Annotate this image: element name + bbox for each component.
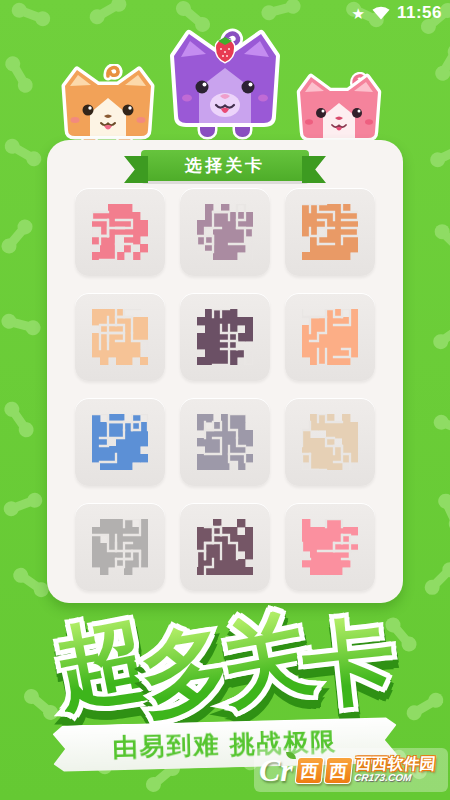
cr-logo: Cr: [259, 754, 293, 786]
bone-icon: [429, 566, 450, 591]
status-bar: ★ 11:56: [352, 3, 443, 23]
bone-icon: [439, 49, 450, 76]
maze-thumbnail-icon: [197, 414, 253, 470]
level-tile[interactable]: [75, 293, 165, 381]
bone-icon: [17, 6, 45, 23]
bone-icon: [180, 5, 206, 29]
maze-thumbnail-icon: [92, 309, 148, 365]
headline-char: 卡卡卡: [298, 612, 399, 713]
panel-title: 选择关卡: [185, 154, 265, 177]
watermark-site-name: 西西软件园: [354, 756, 436, 773]
maze-thumbnail-icon: [302, 414, 358, 470]
bone-icon: [18, 571, 44, 593]
level-select-panel: 选择关卡: [47, 140, 403, 603]
level-grid: [75, 188, 375, 591]
panel-title-banner: 选择关卡: [141, 150, 309, 181]
level-tile[interactable]: [180, 293, 270, 381]
bone-icon: [439, 228, 450, 253]
bone-icon: [441, 499, 450, 526]
bone-icon: [5, 224, 29, 250]
bone-icon: [439, 418, 450, 435]
level-tile[interactable]: [180, 188, 270, 276]
maze-thumbnail-icon: [197, 519, 253, 575]
maze-thumbnail-icon: [92, 204, 148, 260]
bone-icon: [9, 496, 37, 513]
wifi-icon: [372, 6, 390, 20]
purple-cat: [164, 28, 286, 142]
bone-icon: [94, 0, 121, 21]
site-watermark: Cr 西 西 西西软件园 CR173.COM: [254, 748, 448, 792]
maze-thumbnail-icon: [302, 309, 358, 365]
level-tile[interactable]: [180, 398, 270, 486]
clock-time: 11:56: [397, 3, 442, 23]
level-tile[interactable]: [180, 503, 270, 591]
bone-icon: [9, 61, 30, 88]
orange-cat: [58, 64, 158, 146]
bone-icon: [435, 145, 450, 164]
app-screen: ★ 11:56: [0, 0, 450, 800]
bone-icon: [438, 323, 450, 345]
xixi-logo-boxes: 西 西: [294, 757, 353, 784]
strawberry-icon: [216, 37, 234, 62]
maze-thumbnail-icon: [197, 309, 253, 365]
promo-headline: 超超超多多多关关关卡卡卡: [0, 604, 450, 712]
level-tile[interactable]: [75, 398, 165, 486]
level-tile[interactable]: [285, 188, 375, 276]
maze-thumbnail-icon: [302, 519, 358, 575]
level-tile[interactable]: [75, 188, 165, 276]
bone-icon: [411, 696, 438, 717]
bone-icon: [267, 2, 294, 17]
level-tile[interactable]: [285, 503, 375, 591]
star-icon: ★: [352, 6, 365, 21]
bone-icon: [8, 406, 30, 432]
level-tile[interactable]: [75, 503, 165, 591]
maze-thumbnail-icon: [197, 204, 253, 260]
maze-thumbnail-icon: [92, 519, 148, 575]
maze-thumbnail-icon: [302, 204, 358, 260]
pink-cat: [294, 72, 388, 146]
bone-icon: [7, 317, 34, 332]
level-tile[interactable]: [285, 398, 375, 486]
bone-icon: [9, 142, 36, 163]
level-tile[interactable]: [285, 293, 375, 381]
watermark-domain: CR173.COM: [353, 773, 434, 784]
maze-thumbnail-icon: [92, 414, 148, 470]
